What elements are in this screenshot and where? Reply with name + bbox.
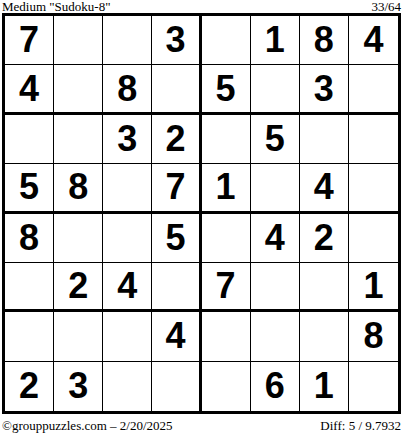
copyright-text: ©grouppuzzles.com – 2/20/2025: [2, 418, 173, 433]
cell-r3c7[interactable]: [300, 115, 349, 164]
cell-r5c7[interactable]: 2: [300, 214, 349, 263]
cell-r3c5[interactable]: [202, 115, 251, 164]
cell-r8c1[interactable]: 2: [5, 362, 54, 411]
cell-r8c5[interactable]: [202, 362, 251, 411]
cell-r3c6[interactable]: 5: [251, 115, 300, 164]
cell-r8c7[interactable]: 1: [300, 362, 349, 411]
cell-r7c6[interactable]: [251, 312, 300, 361]
cell-r5c6[interactable]: 4: [251, 214, 300, 263]
cell-r7c5[interactable]: [202, 312, 251, 361]
cell-r1c7[interactable]: 8: [300, 16, 349, 65]
cell-r4c2[interactable]: 8: [54, 164, 103, 213]
difficulty-text: Diff: 5 / 9.7932: [320, 418, 401, 433]
cell-r5c3[interactable]: [103, 214, 152, 263]
sudoku-board: 7318448533255871485422471482361: [2, 13, 401, 414]
cell-r3c4[interactable]: 2: [152, 115, 201, 164]
cell-r6c6[interactable]: [251, 263, 300, 312]
cell-r2c4[interactable]: [152, 65, 201, 114]
cell-r6c2[interactable]: 2: [54, 263, 103, 312]
cell-r1c6[interactable]: 1: [251, 16, 300, 65]
cell-r4c7[interactable]: 4: [300, 164, 349, 213]
cell-r1c3[interactable]: [103, 16, 152, 65]
cell-r7c8[interactable]: 8: [349, 312, 398, 361]
cell-r7c1[interactable]: [5, 312, 54, 361]
cell-r7c7[interactable]: [300, 312, 349, 361]
cell-r5c8[interactable]: [349, 214, 398, 263]
cell-r3c8[interactable]: [349, 115, 398, 164]
cell-r8c2[interactable]: 3: [54, 362, 103, 411]
cell-r2c3[interactable]: 8: [103, 65, 152, 114]
cell-r7c2[interactable]: [54, 312, 103, 361]
cell-r2c1[interactable]: 4: [5, 65, 54, 114]
cell-r2c8[interactable]: [349, 65, 398, 114]
cell-r4c6[interactable]: [251, 164, 300, 213]
cell-r4c5[interactable]: 1: [202, 164, 251, 213]
cell-r4c1[interactable]: 5: [5, 164, 54, 213]
cell-r4c3[interactable]: [103, 164, 152, 213]
cell-r2c6[interactable]: [251, 65, 300, 114]
cell-r8c3[interactable]: [103, 362, 152, 411]
cell-r3c3[interactable]: 3: [103, 115, 152, 164]
puzzle-title: Medium "Sudoku-8": [2, 0, 110, 13]
cell-r1c2[interactable]: [54, 16, 103, 65]
header-bar: Medium "Sudoku-8" 33/64: [2, 0, 401, 13]
cell-r1c5[interactable]: [202, 16, 251, 65]
footer-bar: ©grouppuzzles.com – 2/20/2025 Diff: 5 / …: [2, 418, 401, 433]
cell-r3c2[interactable]: [54, 115, 103, 164]
cell-r4c4[interactable]: 7: [152, 164, 201, 213]
cell-r7c3[interactable]: [103, 312, 152, 361]
cell-r1c4[interactable]: 3: [152, 16, 201, 65]
cell-r6c7[interactable]: [300, 263, 349, 312]
cell-r6c4[interactable]: [152, 263, 201, 312]
cell-r6c8[interactable]: 1: [349, 263, 398, 312]
cell-r3c1[interactable]: [5, 115, 54, 164]
cell-r8c8[interactable]: [349, 362, 398, 411]
cell-r2c5[interactable]: 5: [202, 65, 251, 114]
cell-r4c8[interactable]: [349, 164, 398, 213]
cell-r5c5[interactable]: [202, 214, 251, 263]
cell-r6c1[interactable]: [5, 263, 54, 312]
cell-r2c2[interactable]: [54, 65, 103, 114]
cell-r6c5[interactable]: 7: [202, 263, 251, 312]
cell-r2c7[interactable]: 3: [300, 65, 349, 114]
cell-r1c8[interactable]: 4: [349, 16, 398, 65]
puzzle-counter: 33/64: [371, 0, 401, 13]
cell-r1c1[interactable]: 7: [5, 16, 54, 65]
cell-r7c4[interactable]: 4: [152, 312, 201, 361]
cell-r6c3[interactable]: 4: [103, 263, 152, 312]
cell-r8c6[interactable]: 6: [251, 362, 300, 411]
cell-r8c4[interactable]: [152, 362, 201, 411]
cell-r5c2[interactable]: [54, 214, 103, 263]
cell-r5c1[interactable]: 8: [5, 214, 54, 263]
cell-r5c4[interactable]: 5: [152, 214, 201, 263]
